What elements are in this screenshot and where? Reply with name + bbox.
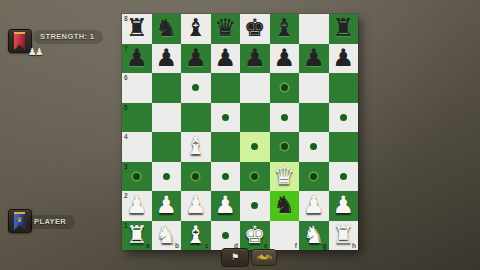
rank-label-4: 4 xyxy=(124,133,128,140)
square-f1[interactable]: f xyxy=(270,221,300,251)
move-hint-dot[interactable] xyxy=(222,173,229,180)
move-hint-dot[interactable] xyxy=(192,173,199,180)
square-c2[interactable]: ♟ xyxy=(181,191,211,221)
engine-name: STRENGTH: 1 xyxy=(33,30,103,44)
square-a5[interactable]: 5 xyxy=(122,103,152,133)
flag-icon: ⚑ xyxy=(231,253,239,262)
square-f6[interactable] xyxy=(270,73,300,103)
move-hint-dot[interactable] xyxy=(340,114,347,121)
square-f5[interactable] xyxy=(270,103,300,133)
piece-wP-h2[interactable]: ♟ xyxy=(329,191,359,221)
square-b1[interactable]: b♞ xyxy=(152,221,182,251)
square-h6[interactable] xyxy=(329,73,359,103)
square-b6[interactable] xyxy=(152,73,182,103)
square-e6[interactable] xyxy=(240,73,270,103)
square-d4[interactable] xyxy=(211,132,241,162)
piece-bB-f8[interactable]: ♝ xyxy=(270,14,300,44)
piece-wP-d2[interactable]: ♟ xyxy=(211,191,241,221)
move-hint-dot[interactable] xyxy=(163,173,170,180)
move-hint-dot[interactable] xyxy=(310,143,317,150)
square-b7[interactable]: ♟ xyxy=(152,44,182,74)
move-hint-dot[interactable] xyxy=(251,173,258,180)
square-h3[interactable] xyxy=(329,162,359,192)
square-h2[interactable]: ♟ xyxy=(329,191,359,221)
captured-pawn-icon: ♟ xyxy=(28,46,35,57)
piece-bP-f7[interactable]: ♟ xyxy=(270,44,300,74)
piece-bN-b8[interactable]: ♞ xyxy=(152,14,182,44)
square-g3[interactable] xyxy=(299,162,329,192)
square-a3[interactable]: 3 xyxy=(122,162,152,192)
handshake-icon xyxy=(257,253,272,262)
player-name: PLAYER xyxy=(27,215,75,229)
square-h8[interactable]: ♜ xyxy=(329,14,359,44)
square-f3[interactable]: ♛ xyxy=(270,162,300,192)
move-hint-dot[interactable] xyxy=(281,143,288,150)
move-hint-dot[interactable] xyxy=(251,202,258,209)
square-c7[interactable]: ♟ xyxy=(181,44,211,74)
square-b8[interactable]: ♞ xyxy=(152,14,182,44)
piece-bK-e8[interactable]: ♚ xyxy=(240,14,270,44)
piece-wB-c4[interactable]: ♝ xyxy=(181,132,211,162)
piece-bR-a8[interactable]: ♜ xyxy=(122,14,152,44)
move-hint-dot[interactable] xyxy=(192,84,199,91)
square-b2[interactable]: ♟ xyxy=(152,191,182,221)
piece-wR-a1[interactable]: ♜ xyxy=(122,221,152,251)
square-a6[interactable]: 6 xyxy=(122,73,152,103)
piece-wB-c1[interactable]: ♝ xyxy=(181,221,211,251)
move-hint-dot[interactable] xyxy=(133,173,140,180)
square-f2[interactable]: ♞ xyxy=(270,191,300,221)
action-button-row: ⚑ xyxy=(0,247,480,267)
move-hint-dot[interactable] xyxy=(281,114,288,121)
square-g5[interactable] xyxy=(299,103,329,133)
rank-label-5: 5 xyxy=(124,104,128,111)
piece-wQ-f3[interactable]: ♛ xyxy=(270,162,300,192)
square-d7[interactable]: ♟ xyxy=(211,44,241,74)
move-hint-dot[interactable] xyxy=(310,173,317,180)
move-hint-dot[interactable] xyxy=(222,114,229,121)
crown-icon: ♛ xyxy=(14,217,25,224)
square-e3[interactable] xyxy=(240,162,270,192)
square-h7[interactable]: ♟ xyxy=(329,44,359,74)
square-f8[interactable]: ♝ xyxy=(270,14,300,44)
square-g6[interactable] xyxy=(299,73,329,103)
piece-bR-h8[interactable]: ♜ xyxy=(329,14,359,44)
square-a1[interactable]: 1a♜ xyxy=(122,221,152,251)
square-h1[interactable]: h♜ xyxy=(329,221,359,251)
captured-pawn-icon: ♟ xyxy=(35,46,42,57)
piece-wK-e1[interactable]: ♚ xyxy=(240,221,270,251)
square-e7[interactable]: ♟ xyxy=(240,44,270,74)
square-b5[interactable] xyxy=(152,103,182,133)
piece-wR-h1[interactable]: ♜ xyxy=(329,221,359,251)
square-b4[interactable] xyxy=(152,132,182,162)
chess-board[interactable]: 8♜♞♝♛♚♝♜7♟♟♟♟♟♟♟♟654♝3♛2♟♟♟♟♞♟♟1a♜b♞c♝de… xyxy=(122,14,358,250)
square-c3[interactable] xyxy=(181,162,211,192)
square-b3[interactable] xyxy=(152,162,182,192)
square-g2[interactable]: ♟ xyxy=(299,191,329,221)
captured-pieces-tray: ♟♟ xyxy=(28,46,42,58)
square-c8[interactable]: ♝ xyxy=(181,14,211,44)
square-c1[interactable]: c♝ xyxy=(181,221,211,251)
square-f7[interactable]: ♟ xyxy=(270,44,300,74)
piece-wP-c2[interactable]: ♟ xyxy=(181,191,211,221)
piece-bP-b7[interactable]: ♟ xyxy=(152,44,182,74)
square-d3[interactable] xyxy=(211,162,241,192)
rank-label-6: 6 xyxy=(124,74,128,81)
square-h4[interactable] xyxy=(329,132,359,162)
square-c6[interactable] xyxy=(181,73,211,103)
piece-wP-g2[interactable]: ♟ xyxy=(299,191,329,221)
move-hint-dot[interactable] xyxy=(251,143,258,150)
square-a8[interactable]: 8♜ xyxy=(122,14,152,44)
resign-button[interactable]: ⚑ xyxy=(221,248,249,267)
square-a7[interactable]: 7♟ xyxy=(122,44,152,74)
piece-wP-b2[interactable]: ♟ xyxy=(152,191,182,221)
piece-wN-g1[interactable]: ♞ xyxy=(299,221,329,251)
move-hint-dot[interactable] xyxy=(281,84,288,91)
piece-wP-a2[interactable]: ♟ xyxy=(122,191,152,221)
draw-button[interactable] xyxy=(251,249,277,266)
square-g4[interactable] xyxy=(299,132,329,162)
square-d1[interactable]: d xyxy=(211,221,241,251)
square-c5[interactable] xyxy=(181,103,211,133)
square-g1[interactable]: g♞ xyxy=(299,221,329,251)
move-hint-dot[interactable] xyxy=(340,173,347,180)
piece-bB-c8[interactable]: ♝ xyxy=(181,14,211,44)
square-g8[interactable] xyxy=(299,14,329,44)
piece-bP-g7[interactable]: ♟ xyxy=(299,44,329,74)
square-a2[interactable]: 2♟ xyxy=(122,191,152,221)
piece-bP-d7[interactable]: ♟ xyxy=(211,44,241,74)
piece-bP-a7[interactable]: ♟ xyxy=(122,44,152,74)
square-e4[interactable] xyxy=(240,132,270,162)
piece-bN-f2[interactable]: ♞ xyxy=(270,191,300,221)
square-d8[interactable]: ♛ xyxy=(211,14,241,44)
square-h5[interactable] xyxy=(329,103,359,133)
piece-bQ-d8[interactable]: ♛ xyxy=(211,14,241,44)
square-a4[interactable]: 4 xyxy=(122,132,152,162)
square-c4[interactable]: ♝ xyxy=(181,132,211,162)
move-hint-dot[interactable] xyxy=(222,232,229,239)
square-f4[interactable] xyxy=(270,132,300,162)
piece-bP-h7[interactable]: ♟ xyxy=(329,44,359,74)
square-e5[interactable] xyxy=(240,103,270,133)
square-g7[interactable]: ♟ xyxy=(299,44,329,74)
square-d6[interactable] xyxy=(211,73,241,103)
square-e2[interactable] xyxy=(240,191,270,221)
piece-bP-e7[interactable]: ♟ xyxy=(240,44,270,74)
square-d2[interactable]: ♟ xyxy=(211,191,241,221)
square-e8[interactable]: ♚ xyxy=(240,14,270,44)
red-banner-icon xyxy=(14,32,25,50)
square-d5[interactable] xyxy=(211,103,241,133)
piece-bP-c7[interactable]: ♟ xyxy=(181,44,211,74)
rank-label-3: 3 xyxy=(124,163,128,170)
blue-banner-icon: ♛ xyxy=(14,212,25,230)
piece-wN-b1[interactable]: ♞ xyxy=(152,221,182,251)
square-e1[interactable]: e♚ xyxy=(240,221,270,251)
